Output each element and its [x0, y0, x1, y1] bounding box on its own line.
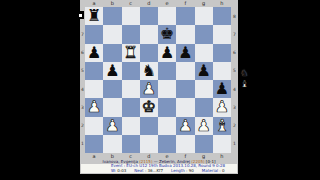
captured-white-bishop-icon: ♝: [239, 79, 250, 89]
file-label-g: g: [195, 0, 213, 7]
square-h8: [213, 7, 231, 25]
square-d1: [140, 135, 158, 153]
square-g1: [195, 135, 213, 153]
square-d2: [140, 117, 158, 135]
square-h7: [213, 25, 231, 43]
board-frame: abcdefgh 87654321 ♜♚♟♜♟♟♟♞♟♟♟♟♚♟♟♟♟♝ 876…: [80, 0, 238, 174]
square-a3: ♟: [85, 98, 103, 116]
square-c6: ♜: [122, 44, 140, 62]
black-pawn-a6: ♟: [87, 44, 101, 60]
square-g5: ♟: [195, 62, 213, 80]
white-king-d3: ♚: [142, 99, 156, 115]
rank-label-1: 1: [231, 135, 238, 153]
black-pawn-g5: ♟: [196, 62, 210, 78]
square-h6: [213, 44, 231, 62]
square-b8: [103, 7, 121, 25]
black-pawn-f6: ♟: [178, 44, 192, 60]
square-g2: ♟: [195, 117, 213, 135]
square-d4: ♟: [140, 80, 158, 98]
square-h5: [213, 62, 231, 80]
square-a2: [85, 117, 103, 135]
square-f3: [176, 98, 194, 116]
info-panel: Event : EU-ch U12 19th Budva 2013.10.28,…: [81, 164, 237, 173]
square-e2: [158, 117, 176, 135]
square-c1: [122, 135, 140, 153]
rank-label-4: 4: [231, 80, 238, 98]
black-knight-d5: ♞: [142, 62, 156, 78]
black-king-e7: ♚: [160, 26, 174, 42]
square-e7: ♚: [158, 25, 176, 43]
black-to-move-indicator: [76, 11, 84, 19]
move-indicator-dot: [79, 14, 82, 17]
square-d8: [140, 7, 158, 25]
square-f4: [176, 80, 194, 98]
square-d5: ♞: [140, 62, 158, 80]
square-h4: ♟: [213, 80, 231, 98]
white-pawn-h3: ♟: [215, 99, 229, 115]
white-pawn-d4: ♟: [142, 81, 156, 97]
square-g6: [195, 44, 213, 62]
square-e5: [158, 62, 176, 80]
file-label-e: e: [158, 0, 176, 7]
rank-label-6: 6: [231, 44, 238, 62]
file-label-d: d: [140, 0, 158, 7]
file-label-h: h: [213, 0, 231, 7]
square-a7: [85, 25, 103, 43]
square-e1: [158, 135, 176, 153]
square-h1: [213, 135, 231, 153]
rank-label-8: 8: [231, 7, 238, 25]
square-e6: ♟: [158, 44, 176, 62]
square-a1: [85, 135, 103, 153]
square-c5: [122, 62, 140, 80]
material-field: Material : 0: [202, 169, 225, 174]
square-b6: [103, 44, 121, 62]
rank-label-2: 2: [231, 117, 238, 135]
rank-label-3: 3: [231, 98, 238, 116]
black-pawn-h4: ♟: [215, 81, 229, 97]
square-h2: ♝: [213, 117, 231, 135]
white-bishop-h2: ♝: [215, 117, 229, 133]
square-f2: ♟: [176, 117, 194, 135]
white-pawn-a3: ♟: [87, 99, 101, 115]
square-f6: ♟: [176, 44, 194, 62]
black-rook-a8: ♜: [87, 8, 101, 24]
length-field: Length : 90: [171, 169, 194, 174]
square-f5: [176, 62, 194, 80]
square-c4: [122, 80, 140, 98]
file-label-b: b: [103, 0, 121, 7]
square-d3: ♚: [140, 98, 158, 116]
square-f1: [176, 135, 194, 153]
square-b2: ♟: [103, 117, 121, 135]
square-b7: [103, 25, 121, 43]
square-h3: ♟: [213, 98, 231, 116]
square-a8: ♜: [85, 7, 103, 25]
square-a6: ♟: [85, 44, 103, 62]
square-g3: [195, 98, 213, 116]
rank-label-7: 7: [231, 25, 238, 43]
square-e3: [158, 98, 176, 116]
captured-black-knight-icon: ♞: [239, 68, 250, 78]
square-c8: [122, 7, 140, 25]
square-c2: [122, 117, 140, 135]
square-b5: ♟: [103, 62, 121, 80]
chess-board: ♜♚♟♜♟♟♟♞♟♟♟♟♚♟♟♟♟♝: [85, 7, 231, 153]
black-pawn-b5: ♟: [105, 62, 119, 78]
square-a4: [85, 80, 103, 98]
next-move-field: Next : 36...Kf7: [134, 169, 163, 174]
square-c3: [122, 98, 140, 116]
clock-field: W: 0:03: [111, 169, 126, 174]
stats-line: W: 0:03 Next : 36...Kf7 Length : 90 Mate…: [81, 169, 237, 174]
rank-labels-right: 87654321: [231, 7, 238, 153]
white-pawn-b2: ♟: [105, 117, 119, 133]
square-b3: [103, 98, 121, 116]
square-f8: [176, 7, 194, 25]
square-a5: [85, 62, 103, 80]
black-pawn-e6: ♟: [160, 44, 174, 60]
square-e8: [158, 7, 176, 25]
square-c7: [122, 25, 140, 43]
square-b4: [103, 80, 121, 98]
rank-label-5: 5: [231, 62, 238, 80]
white-pawn-g2: ♟: [196, 117, 210, 133]
file-label-f: f: [176, 0, 194, 7]
square-b1: [103, 135, 121, 153]
square-e4: [158, 80, 176, 98]
file-labels-top: abcdefgh: [85, 0, 231, 7]
file-label-c: c: [122, 0, 140, 7]
square-g8: [195, 7, 213, 25]
white-rook-c6: ♜: [123, 44, 137, 60]
square-g4: [195, 80, 213, 98]
square-d7: [140, 25, 158, 43]
square-g7: [195, 25, 213, 43]
square-f7: [176, 25, 194, 43]
white-pawn-f2: ♟: [178, 117, 192, 133]
square-d6: [140, 44, 158, 62]
